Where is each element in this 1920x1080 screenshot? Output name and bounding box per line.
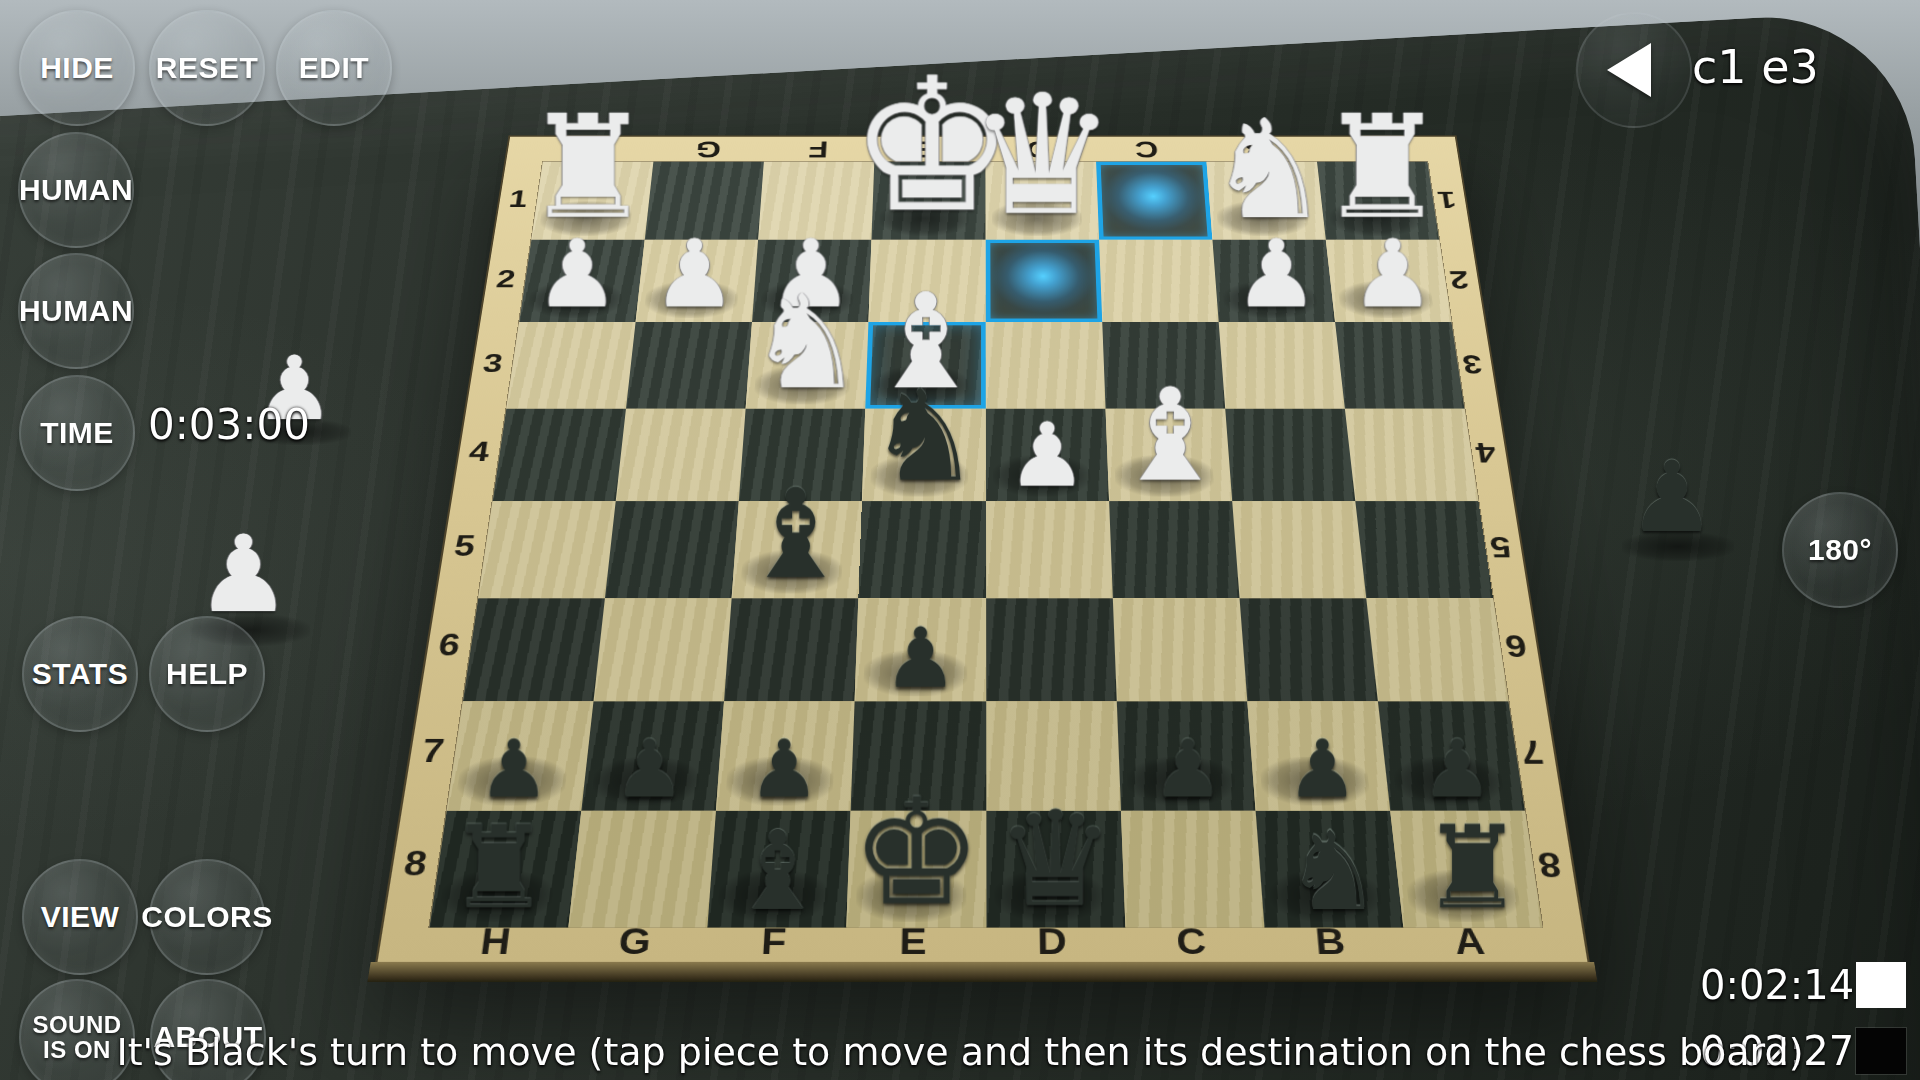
black-rook-h8[interactable]: ♜	[402, 811, 597, 925]
square-d5[interactable]	[986, 501, 1113, 598]
file-label-bottom-E: E	[843, 923, 983, 962]
white-rook-a1[interactable]: ♜	[1303, 96, 1462, 239]
file-label-top-G: G	[652, 137, 764, 161]
last-move-text: c1 e3	[1692, 40, 1819, 94]
board-scene: HGFEDCBA HGFEDCBA 12345678 12345678 ♜♚♛♞…	[450, 0, 1515, 1031]
square-f5[interactable]: ♝	[732, 501, 862, 598]
square-e6[interactable]: ♟	[855, 598, 986, 701]
black-rook-a8[interactable]: ♜	[1375, 811, 1570, 925]
square-g6[interactable]	[594, 598, 732, 701]
back-arrow-icon	[1607, 43, 1651, 97]
help-button[interactable]: HELP	[149, 616, 265, 732]
black-pawn-e6[interactable]: ♟	[829, 617, 1012, 700]
square-a4[interactable]	[1345, 409, 1479, 501]
square-a6[interactable]	[1366, 598, 1508, 701]
square-d8[interactable]: ♛	[986, 811, 1125, 928]
white-player-button[interactable]: HUMAN	[18, 132, 134, 248]
chess-board[interactable]: HGFEDCBA HGFEDCBA 12345678 12345678 ♜♚♛♞…	[375, 135, 1590, 963]
file-label-bottom-H: H	[423, 923, 567, 962]
time-button[interactable]: TIME	[19, 375, 135, 491]
square-a8[interactable]: ♜	[1390, 811, 1542, 928]
square-a7[interactable]: ♟	[1378, 701, 1525, 811]
view-button[interactable]: VIEW	[22, 859, 138, 975]
time-control-value: 0:03:00	[148, 400, 310, 449]
file-labels-bottom: HGFEDCBA	[423, 923, 1542, 962]
square-a3[interactable]	[1335, 322, 1465, 409]
captured-white-pawn-left-2: ♟	[196, 522, 291, 628]
square-h8[interactable]: ♜	[429, 811, 581, 928]
status-message: It's Black's turn to move (tap piece to …	[0, 1030, 1920, 1074]
black-pawn-a7[interactable]: ♟	[1363, 729, 1552, 809]
colors-button[interactable]: COLORS	[149, 859, 265, 975]
white-clock: 0:02:14	[1700, 962, 1906, 1008]
hide-button[interactable]: HIDE	[19, 10, 135, 126]
white-rook-h1[interactable]: ♜	[509, 96, 668, 239]
board-grid: ♜♚♛♞♜♟♟♟♟♟♞♝♞♟♝♝♟♟♟♟♟♟♟♜♝♚♛♞♜	[428, 161, 1544, 928]
edit-button[interactable]: EDIT	[276, 10, 392, 126]
black-queen-d8[interactable]: ♛	[958, 793, 1153, 925]
reset-button[interactable]: RESET	[149, 10, 265, 126]
square-h6[interactable]	[463, 598, 605, 701]
square-b6[interactable]	[1239, 598, 1377, 701]
white-clock-time: 0:02:14	[1700, 962, 1840, 1008]
square-h3[interactable]	[506, 322, 635, 409]
file-label-bottom-D: D	[983, 923, 1123, 962]
file-label-bottom-C: C	[1121, 923, 1262, 962]
stats-button[interactable]: STATS	[22, 616, 138, 732]
black-bishop-f5[interactable]: ♝	[707, 473, 884, 597]
white-bishop-c4[interactable]: ♝	[1084, 371, 1256, 499]
square-a5[interactable]	[1355, 501, 1493, 598]
file-label-bottom-B: B	[1259, 923, 1402, 962]
black-player-button[interactable]: HUMAN	[18, 253, 134, 369]
square-c5[interactable]	[1109, 501, 1240, 598]
file-label-bottom-A: A	[1398, 923, 1542, 962]
square-h4[interactable]	[493, 409, 626, 501]
file-label-bottom-G: G	[563, 923, 706, 962]
square-c4[interactable]: ♝	[1105, 409, 1232, 501]
square-b5[interactable]	[1232, 501, 1366, 598]
white-clock-swatch	[1856, 962, 1906, 1008]
file-label-bottom-F: F	[703, 923, 844, 962]
square-d1[interactable]: ♛	[985, 162, 1099, 240]
rotate-180-button[interactable]: 180°	[1782, 492, 1898, 608]
board-rim	[367, 962, 1597, 982]
square-c6[interactable]	[1112, 598, 1247, 701]
square-a2[interactable]: ♟	[1326, 240, 1452, 322]
square-h5[interactable]	[478, 501, 616, 598]
captured-black-pawn-right-1: ♟	[1628, 448, 1716, 546]
undo-move-button[interactable]	[1576, 12, 1692, 128]
